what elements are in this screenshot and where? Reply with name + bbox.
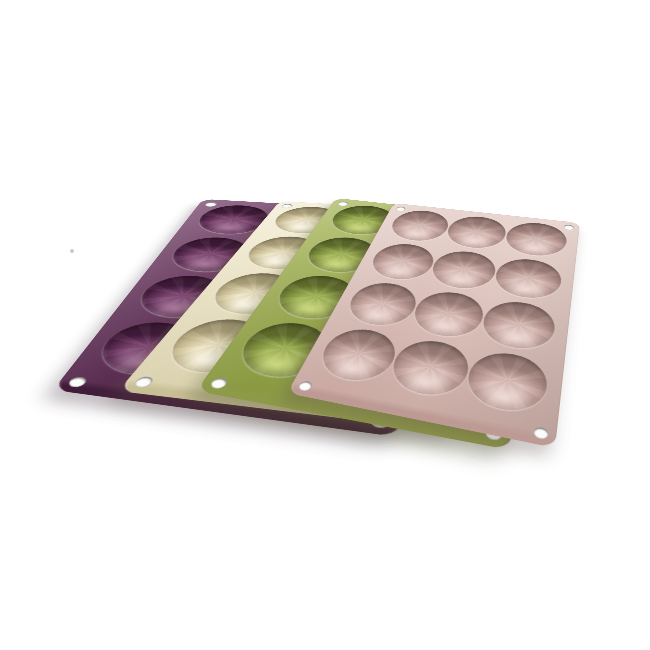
hanging-hole: [280, 204, 293, 209]
hanging-hole: [337, 201, 349, 206]
muffin-cup: [312, 325, 403, 386]
hanging-hole: [204, 202, 218, 207]
hanging-hole: [395, 206, 406, 212]
product-photo-scene: [0, 0, 650, 650]
dust-speck: [70, 249, 74, 253]
muffin-cup: [407, 288, 488, 341]
hanging-hole: [563, 224, 574, 230]
muffin-cup: [365, 241, 439, 283]
muffin-cup: [385, 208, 453, 243]
muffin-cup: [502, 220, 568, 259]
muffin-cup: [426, 248, 499, 292]
muffin-cup: [384, 336, 474, 401]
muffin-cup: [462, 348, 551, 417]
muffin-cup: [478, 298, 558, 354]
muffin-cup: [341, 279, 423, 329]
muffin-cup: [442, 214, 509, 251]
muffin-cup: [491, 256, 563, 302]
